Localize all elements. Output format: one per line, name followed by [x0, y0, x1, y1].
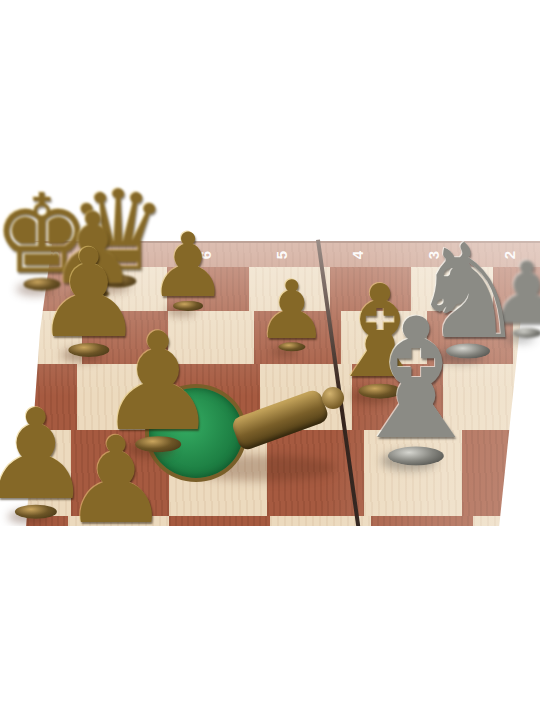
pawn-glyph: ♟ [62, 421, 169, 526]
pieces-layer: ♚♛♟♟♟♟♟♟♟♝♞♝♟ [0, 0, 540, 526]
fallen-piece-body [230, 388, 330, 452]
chess-scene: 87654321 ♚♛♟♟♟♟♟♟♟♝♞♝♟ [0, 0, 540, 526]
product-photo: 87654321 ♚♛♟♟♟♟♟♟♟♝♞♝♟ [0, 0, 540, 720]
pawn-glyph: ♟ [256, 270, 328, 351]
pawn-glyph: ♟ [148, 222, 227, 310]
bishop-glyph: ♝ [341, 297, 490, 463]
